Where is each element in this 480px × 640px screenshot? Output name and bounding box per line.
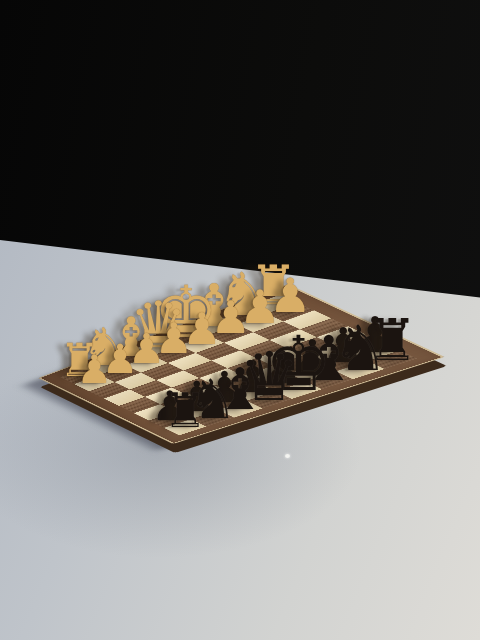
chess-photo-scene: ♜♞♝♛♚♝♞♜♟♟♟♟♟♟♟♟♟♟♟♟♟♟♟♟♜♞♝♛♚♝♞♜ bbox=[0, 0, 480, 640]
piece-black-rook-a8[interactable]: ♜ bbox=[164, 387, 207, 435]
board-edge-reflection bbox=[285, 454, 290, 458]
piece-white-pawn-a2[interactable]: ♟ bbox=[77, 350, 112, 389]
